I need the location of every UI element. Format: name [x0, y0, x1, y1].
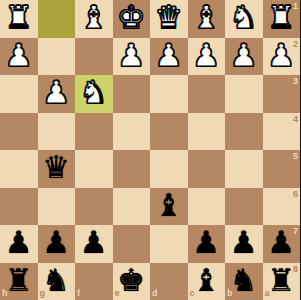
square-f6[interactable] [75, 188, 113, 226]
square-h3[interactable] [0, 75, 38, 113]
black-knight[interactable]: ♞ [42, 265, 70, 296]
black-bishop[interactable]: ♝ [192, 265, 220, 296]
white-bishop[interactable]: ♝ [80, 2, 108, 33]
square-h1[interactable]: ♜ [0, 0, 38, 38]
white-knight[interactable]: ♞ [80, 77, 108, 108]
black-pawn[interactable]: ♟ [80, 227, 108, 258]
black-queen[interactable]: ♛ [42, 152, 70, 183]
square-f4[interactable] [75, 113, 113, 151]
square-a7[interactable]: ♟7 [263, 225, 301, 263]
white-rook[interactable]: ♜ [267, 2, 295, 33]
rank-label-3: 3 [293, 77, 298, 86]
black-king[interactable]: ♚ [117, 265, 145, 296]
square-h5[interactable] [0, 150, 38, 188]
square-f5[interactable] [75, 150, 113, 188]
square-e3[interactable] [113, 75, 151, 113]
white-pawn[interactable]: ♟ [192, 40, 220, 71]
square-g6[interactable] [38, 188, 76, 226]
square-d7[interactable] [150, 225, 188, 263]
white-pawn[interactable]: ♟ [155, 40, 183, 71]
square-e8[interactable]: ♚e [113, 263, 151, 300]
square-c5[interactable] [188, 150, 226, 188]
square-h8[interactable]: ♜h [0, 263, 38, 300]
square-f8[interactable]: f [75, 263, 113, 300]
black-pawn[interactable]: ♟ [5, 227, 33, 258]
rank-label-5: 5 [293, 152, 298, 161]
file-label-f: f [77, 289, 80, 298]
square-c2[interactable]: ♟ [188, 38, 226, 76]
square-a5[interactable]: 5 [263, 150, 301, 188]
black-pawn[interactable]: ♟ [192, 227, 220, 258]
square-d1[interactable]: ♛ [150, 0, 188, 38]
square-g7[interactable]: ♟ [38, 225, 76, 263]
square-h6[interactable] [0, 188, 38, 226]
rank-label-4: 4 [293, 115, 298, 124]
square-f1[interactable]: ♝ [75, 0, 113, 38]
square-a6[interactable]: 6 [263, 188, 301, 226]
square-c6[interactable] [188, 188, 226, 226]
square-f7[interactable]: ♟ [75, 225, 113, 263]
square-b5[interactable] [225, 150, 263, 188]
square-e7[interactable] [113, 225, 151, 263]
square-g2[interactable] [38, 38, 76, 76]
square-d5[interactable] [150, 150, 188, 188]
square-c4[interactable] [188, 113, 226, 151]
rank-label-6: 6 [293, 190, 298, 199]
square-a3[interactable]: 3 [263, 75, 301, 113]
square-b6[interactable] [225, 188, 263, 226]
square-c1[interactable]: ♝ [188, 0, 226, 38]
square-g3[interactable]: ♟ [38, 75, 76, 113]
square-g4[interactable] [38, 113, 76, 151]
square-g1[interactable] [38, 0, 76, 38]
square-b8[interactable]: ♞b [225, 263, 263, 300]
square-d6[interactable]: ♝ [150, 188, 188, 226]
white-pawn[interactable]: ♟ [267, 40, 295, 71]
square-g8[interactable]: ♞g [38, 263, 76, 300]
chess-board: ♜♝♚♛♝♞♜1♟♟♟♟♟♟2♟♞34♛5♝6♟♟♟♟♟♟7♜h♞gf♚ed♝c… [0, 0, 300, 300]
black-pawn[interactable]: ♟ [267, 227, 295, 258]
black-rook[interactable]: ♜ [5, 265, 33, 296]
square-g5[interactable]: ♛ [38, 150, 76, 188]
square-h4[interactable] [0, 113, 38, 151]
file-label-d: d [152, 289, 158, 298]
square-f3[interactable]: ♞ [75, 75, 113, 113]
white-rook[interactable]: ♜ [5, 2, 33, 33]
white-pawn[interactable]: ♟ [230, 40, 258, 71]
square-h7[interactable]: ♟ [0, 225, 38, 263]
black-knight[interactable]: ♞ [230, 265, 258, 296]
white-pawn[interactable]: ♟ [117, 40, 145, 71]
square-d8[interactable]: d [150, 263, 188, 300]
square-b4[interactable] [225, 113, 263, 151]
black-pawn[interactable]: ♟ [230, 227, 258, 258]
white-king[interactable]: ♚ [117, 2, 145, 33]
square-c7[interactable]: ♟ [188, 225, 226, 263]
square-b7[interactable]: ♟ [225, 225, 263, 263]
white-knight[interactable]: ♞ [230, 2, 258, 33]
black-bishop[interactable]: ♝ [155, 190, 183, 221]
square-b2[interactable]: ♟ [225, 38, 263, 76]
square-a2[interactable]: ♟2 [263, 38, 301, 76]
square-e6[interactable] [113, 188, 151, 226]
square-f2[interactable] [75, 38, 113, 76]
square-h2[interactable]: ♟ [0, 38, 38, 76]
square-e5[interactable] [113, 150, 151, 188]
square-c3[interactable] [188, 75, 226, 113]
square-e2[interactable]: ♟ [113, 38, 151, 76]
black-rook[interactable]: ♜ [267, 265, 295, 296]
white-pawn[interactable]: ♟ [42, 77, 70, 108]
square-b1[interactable]: ♞ [225, 0, 263, 38]
square-b3[interactable] [225, 75, 263, 113]
square-d4[interactable] [150, 113, 188, 151]
square-d2[interactable]: ♟ [150, 38, 188, 76]
white-queen[interactable]: ♛ [155, 2, 183, 33]
square-a4[interactable]: 4 [263, 113, 301, 151]
white-bishop[interactable]: ♝ [192, 2, 220, 33]
square-c8[interactable]: ♝c [188, 263, 226, 300]
square-e4[interactable] [113, 113, 151, 151]
square-e1[interactable]: ♚ [113, 0, 151, 38]
black-pawn[interactable]: ♟ [42, 227, 70, 258]
white-pawn[interactable]: ♟ [5, 40, 33, 71]
square-a1[interactable]: ♜1 [263, 0, 301, 38]
square-d3[interactable] [150, 75, 188, 113]
square-a8[interactable]: ♜8a [263, 263, 301, 300]
